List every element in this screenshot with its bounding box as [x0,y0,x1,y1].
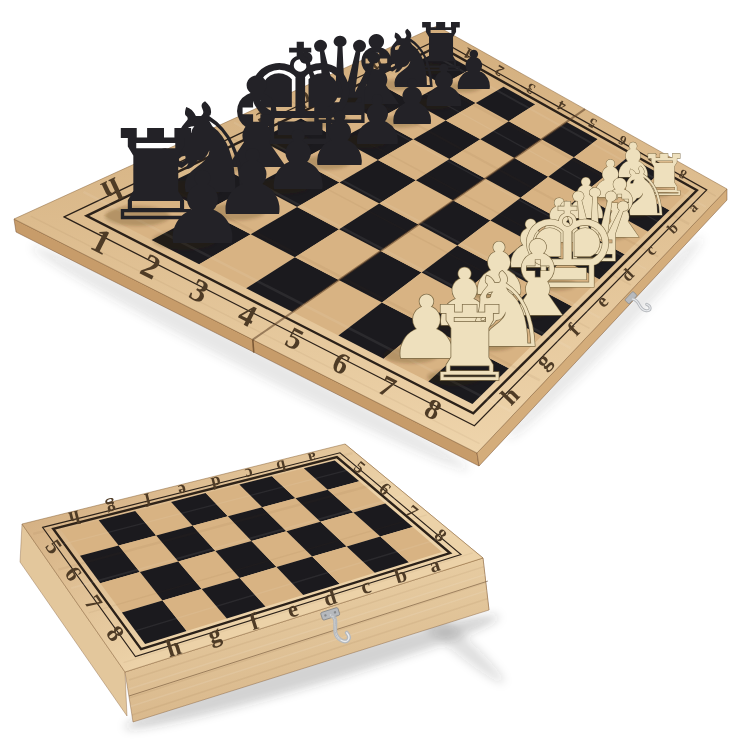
fold-seam-notch [253,340,254,353]
closed-box: hhggffeeddccbbaa55667788 [20,444,489,722]
piece-black-pawn-h2: ♟ [158,150,248,267]
piece-white-rook-h8: ♜ [423,284,515,404]
chess-set-scene: hhggffeeddccbbaa556677881122334455667788… [0,0,750,750]
product-photo: hhggffeeddccbbaa556677881122334455667788… [0,0,750,750]
